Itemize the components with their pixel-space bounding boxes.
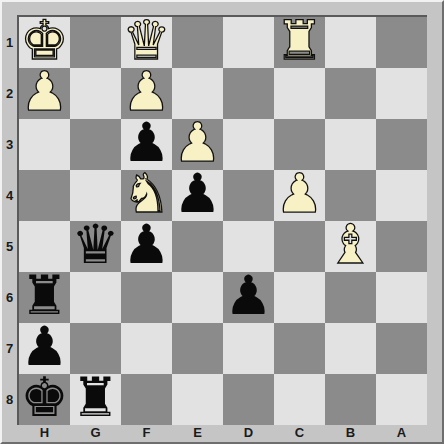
square-b2[interactable]: [325, 68, 376, 119]
white-rook[interactable]: ♜: [275, 14, 323, 68]
square-f6[interactable]: [121, 272, 172, 323]
square-h3[interactable]: [19, 119, 70, 170]
file-label-d: D: [223, 425, 274, 442]
square-h4[interactable]: [19, 170, 70, 221]
square-e5[interactable]: [172, 221, 223, 272]
square-c1[interactable]: ♜: [274, 17, 325, 68]
black-queen[interactable]: ♛: [71, 218, 119, 272]
square-b6[interactable]: [325, 272, 376, 323]
black-pawn[interactable]: ♟: [224, 269, 272, 323]
square-c8[interactable]: [274, 374, 325, 425]
square-g8[interactable]: ♜: [70, 374, 121, 425]
black-king[interactable]: ♚: [20, 371, 68, 425]
square-h8[interactable]: ♚: [19, 374, 70, 425]
black-pawn[interactable]: ♟: [173, 167, 221, 221]
square-a3[interactable]: [376, 119, 427, 170]
file-label-f: F: [121, 425, 172, 442]
square-f7[interactable]: [121, 323, 172, 374]
square-e7[interactable]: [172, 323, 223, 374]
rank-label-8: 8: [2, 374, 17, 425]
rank-label-7: 7: [2, 323, 17, 374]
square-a8[interactable]: [376, 374, 427, 425]
square-a4[interactable]: [376, 170, 427, 221]
square-c7[interactable]: [274, 323, 325, 374]
square-d3[interactable]: [223, 119, 274, 170]
square-d8[interactable]: [223, 374, 274, 425]
chess-board: ♚♛♜♟♟♟♟♞♟♟♛♟♝♜♟♟♚♜: [17, 15, 427, 425]
file-label-c: C: [274, 425, 325, 442]
rank-label-1: 1: [2, 17, 17, 68]
square-b8[interactable]: [325, 374, 376, 425]
white-bishop[interactable]: ♝: [326, 218, 374, 272]
square-a2[interactable]: [376, 68, 427, 119]
square-c6[interactable]: [274, 272, 325, 323]
square-d6[interactable]: ♟: [223, 272, 274, 323]
square-d2[interactable]: [223, 68, 274, 119]
square-c2[interactable]: [274, 68, 325, 119]
file-label-e: E: [172, 425, 223, 442]
board-frame: ♚♛♜♟♟♟♟♞♟♟♛♟♝♜♟♟♚♜ 12345678 HGFEDCBA: [0, 0, 444, 444]
black-pawn[interactable]: ♟: [122, 218, 170, 272]
rank-label-2: 2: [2, 68, 17, 119]
file-label-a: A: [376, 425, 427, 442]
square-g1[interactable]: [70, 17, 121, 68]
square-a6[interactable]: [376, 272, 427, 323]
square-g5[interactable]: ♛: [70, 221, 121, 272]
square-d4[interactable]: [223, 170, 274, 221]
white-pawn[interactable]: ♟: [275, 167, 323, 221]
square-g2[interactable]: [70, 68, 121, 119]
square-a7[interactable]: [376, 323, 427, 374]
square-f5[interactable]: ♟: [121, 221, 172, 272]
file-label-b: B: [325, 425, 376, 442]
square-b5[interactable]: ♝: [325, 221, 376, 272]
rank-label-5: 5: [2, 221, 17, 272]
black-rook[interactable]: ♜: [71, 371, 119, 425]
square-e6[interactable]: [172, 272, 223, 323]
rank-label-6: 6: [2, 272, 17, 323]
square-f8[interactable]: [121, 374, 172, 425]
square-d1[interactable]: [223, 17, 274, 68]
rank-label-3: 3: [2, 119, 17, 170]
square-b7[interactable]: [325, 323, 376, 374]
square-g6[interactable]: [70, 272, 121, 323]
rank-label-4: 4: [2, 170, 17, 221]
square-c4[interactable]: ♟: [274, 170, 325, 221]
white-pawn[interactable]: ♟: [20, 65, 68, 119]
square-e1[interactable]: [172, 17, 223, 68]
square-h2[interactable]: ♟: [19, 68, 70, 119]
square-c5[interactable]: [274, 221, 325, 272]
file-label-h: H: [19, 425, 70, 442]
square-e4[interactable]: ♟: [172, 170, 223, 221]
square-b1[interactable]: [325, 17, 376, 68]
square-e8[interactable]: [172, 374, 223, 425]
square-a1[interactable]: [376, 17, 427, 68]
square-g3[interactable]: [70, 119, 121, 170]
square-d7[interactable]: [223, 323, 274, 374]
square-b3[interactable]: [325, 119, 376, 170]
square-a5[interactable]: [376, 221, 427, 272]
file-label-g: G: [70, 425, 121, 442]
